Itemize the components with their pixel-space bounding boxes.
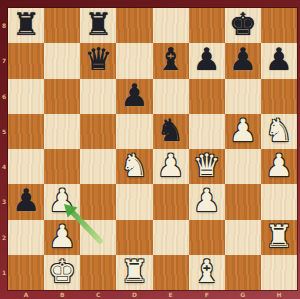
square-h2[interactable]: ♜ (261, 220, 297, 255)
square-f2[interactable] (189, 220, 225, 255)
square-c4[interactable] (80, 149, 116, 184)
square-a5[interactable] (8, 114, 44, 149)
square-f8[interactable] (189, 8, 225, 43)
square-e7[interactable]: ♝ (153, 43, 189, 78)
piece-black-knight[interactable]: ♞ (157, 115, 185, 146)
square-a1[interactable] (8, 255, 44, 290)
piece-white-pawn[interactable]: ♟ (229, 115, 257, 146)
file-label-d: D (116, 290, 152, 299)
file-label-e: E (153, 290, 189, 299)
file-label-h: H (261, 290, 297, 299)
piece-black-pawn[interactable]: ♟ (265, 44, 293, 75)
square-f5[interactable] (189, 114, 225, 149)
piece-white-rook[interactable]: ♜ (121, 256, 149, 287)
square-h1[interactable] (261, 255, 297, 290)
rank-labels: 87654321 (0, 8, 8, 290)
square-g3[interactable] (225, 184, 261, 219)
rank-label-1: 1 (0, 255, 8, 290)
piece-black-pawn[interactable]: ♟ (229, 44, 257, 75)
piece-white-pawn[interactable]: ♟ (157, 150, 185, 181)
square-a6[interactable] (8, 79, 44, 114)
square-c7[interactable]: ♛ (80, 43, 116, 78)
square-d8[interactable] (116, 8, 152, 43)
square-c8[interactable]: ♜ (80, 8, 116, 43)
square-b6[interactable] (44, 79, 80, 114)
square-a4[interactable] (8, 149, 44, 184)
rank-label-2: 2 (0, 220, 8, 255)
piece-white-pawn[interactable]: ♟ (265, 150, 293, 181)
square-h6[interactable] (261, 79, 297, 114)
square-e5[interactable]: ♞ (153, 114, 189, 149)
piece-black-rook[interactable]: ♜ (84, 9, 112, 40)
square-c5[interactable] (80, 114, 116, 149)
square-g7[interactable]: ♟ (225, 43, 261, 78)
square-g8[interactable]: ♚ (225, 8, 261, 43)
square-c1[interactable] (80, 255, 116, 290)
square-d2[interactable] (116, 220, 152, 255)
piece-white-queen[interactable]: ♛ (193, 150, 221, 181)
square-b2[interactable]: ♟ (44, 220, 80, 255)
square-e3[interactable] (153, 184, 189, 219)
square-e2[interactable] (153, 220, 189, 255)
square-d6[interactable]: ♟ (116, 79, 152, 114)
square-a2[interactable] (8, 220, 44, 255)
square-d5[interactable] (116, 114, 152, 149)
square-c3[interactable] (80, 184, 116, 219)
square-h4[interactable]: ♟ (261, 149, 297, 184)
square-d1[interactable]: ♜ (116, 255, 152, 290)
square-g1[interactable] (225, 255, 261, 290)
file-label-f: F (189, 290, 225, 299)
file-label-a: A (8, 290, 44, 299)
rank-label-7: 7 (0, 43, 8, 78)
piece-black-king[interactable]: ♚ (229, 9, 257, 40)
file-label-g: G (225, 290, 261, 299)
square-a8[interactable]: ♜ (8, 8, 44, 43)
square-f1[interactable]: ♝ (189, 255, 225, 290)
piece-white-knight[interactable]: ♞ (265, 115, 293, 146)
square-e4[interactable]: ♟ (153, 149, 189, 184)
piece-white-knight[interactable]: ♞ (121, 150, 149, 181)
square-g6[interactable] (225, 79, 261, 114)
square-h3[interactable] (261, 184, 297, 219)
square-b5[interactable] (44, 114, 80, 149)
file-label-b: B (44, 290, 80, 299)
square-e1[interactable] (153, 255, 189, 290)
square-e8[interactable] (153, 8, 189, 43)
piece-white-pawn[interactable]: ♟ (48, 221, 76, 252)
square-a3[interactable]: ♟ (8, 184, 44, 219)
square-d7[interactable] (116, 43, 152, 78)
piece-white-king[interactable]: ♚ (48, 256, 76, 287)
square-c6[interactable] (80, 79, 116, 114)
square-h5[interactable]: ♞ (261, 114, 297, 149)
square-f4[interactable]: ♛ (189, 149, 225, 184)
piece-black-pawn[interactable]: ♟ (12, 185, 40, 216)
square-e6[interactable] (153, 79, 189, 114)
chess-diagram: 87654321 ♜♜♚♛♝♟♟♟♟♞♟♞♞♟♛♟♟♟♟♟♜♚♜♝ ABCDEF… (0, 0, 300, 299)
piece-white-bishop[interactable]: ♝ (193, 256, 221, 287)
piece-white-pawn[interactable]: ♟ (48, 185, 76, 216)
file-label-c: C (80, 290, 116, 299)
square-b8[interactable] (44, 8, 80, 43)
rank-label-4: 4 (0, 149, 8, 184)
file-labels: ABCDEFGH (8, 290, 297, 299)
square-b4[interactable] (44, 149, 80, 184)
square-g4[interactable] (225, 149, 261, 184)
square-d3[interactable] (116, 184, 152, 219)
piece-black-bishop[interactable]: ♝ (157, 44, 185, 75)
square-f6[interactable] (189, 79, 225, 114)
square-g5[interactable]: ♟ (225, 114, 261, 149)
piece-white-pawn[interactable]: ♟ (193, 185, 221, 216)
square-f3[interactable]: ♟ (189, 184, 225, 219)
board[interactable]: ♜♜♚♛♝♟♟♟♟♞♟♞♞♟♛♟♟♟♟♟♜♚♜♝ (8, 8, 297, 290)
rank-label-5: 5 (0, 114, 8, 149)
square-h8[interactable] (261, 8, 297, 43)
square-a7[interactable] (8, 43, 44, 78)
square-b3[interactable]: ♟ (44, 184, 80, 219)
piece-black-pawn[interactable]: ♟ (121, 80, 149, 111)
rank-label-6: 6 (0, 79, 8, 114)
rank-label-3: 3 (0, 184, 8, 219)
piece-black-queen[interactable]: ♛ (84, 44, 112, 75)
rank-label-8: 8 (0, 8, 8, 43)
square-f7[interactable]: ♟ (189, 43, 225, 78)
square-g2[interactable] (225, 220, 261, 255)
square-b7[interactable] (44, 43, 80, 78)
square-h7[interactable]: ♟ (261, 43, 297, 78)
piece-black-pawn[interactable]: ♟ (193, 44, 221, 75)
piece-black-rook[interactable]: ♜ (12, 9, 40, 40)
square-c2[interactable] (80, 220, 116, 255)
square-d4[interactable]: ♞ (116, 149, 152, 184)
square-b1[interactable]: ♚ (44, 255, 80, 290)
piece-white-rook[interactable]: ♜ (265, 221, 293, 252)
